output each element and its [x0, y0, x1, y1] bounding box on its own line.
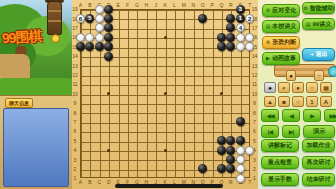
menu-button-1-right[interactable]: ⚙智能辅助: [302, 2, 335, 14]
nav-to-end[interactable]: ▶|: [282, 125, 300, 138]
stone-D19: [104, 5, 113, 14]
stone-C16: [95, 33, 104, 42]
coord-row-left: 10: [71, 91, 79, 97]
book-icon: ▤: [266, 24, 271, 29]
stone-S5: [236, 136, 245, 145]
chat-tab[interactable]: 聊天信息: [5, 98, 33, 108]
coord-row-left: 12: [71, 72, 79, 78]
tool-mark-square[interactable]: ■: [278, 96, 290, 107]
stone-A16: [76, 33, 85, 42]
coord-row-left: 19: [71, 6, 79, 12]
coord-col-top: N: [189, 2, 197, 8]
stone-D16: [104, 33, 113, 42]
tool-mark-circle[interactable]: ○: [292, 96, 304, 107]
tool-black-stone-2[interactable]: ●: [292, 82, 304, 93]
coord-row-left: 3: [71, 157, 79, 163]
coord-row-left: 1: [71, 175, 79, 181]
grass: [0, 78, 72, 95]
nav-forward[interactable]: ▶: [303, 109, 321, 122]
coord-col-top: L: [171, 2, 179, 8]
control-panel: ⚙应对变化▤本校讲义⚙形势判断▶动画故事⚙智能辅助▤99讲义➜退出●○●◐●○▦…: [258, 0, 336, 189]
stone-S4: [236, 146, 245, 155]
button-label: 讲解标记: [268, 141, 292, 150]
stone-T4: [245, 146, 254, 155]
logo-scene: 99围棋: [0, 0, 72, 95]
play-icon: ▶: [266, 56, 270, 61]
coord-row-left: 4: [71, 147, 79, 153]
tool-mark-triangle[interactable]: ▲: [264, 96, 276, 107]
coord-row-left: 8: [71, 110, 79, 116]
coord-col-top: K: [161, 2, 169, 8]
action-button-right-3[interactable]: 结束研讨: [302, 173, 335, 186]
coord-row-left: 6: [71, 128, 79, 134]
stone-S16: [236, 33, 245, 42]
stone-R4: [226, 146, 235, 155]
coord-col-bottom: R: [227, 179, 235, 185]
stone-Q4: [217, 146, 226, 155]
teal-knob[interactable]: [328, 66, 336, 77]
stone-D14: [104, 52, 113, 61]
button-label: 动画故事: [272, 54, 296, 63]
coord-col-top: E: [114, 2, 122, 8]
button-label: 智能辅助: [310, 4, 334, 13]
hoshi-point: [164, 36, 167, 39]
action-button-left-1[interactable]: 讲解标记: [261, 139, 299, 152]
menu-button-2-left[interactable]: ▤本校讲义: [262, 20, 300, 33]
tool-white-stone[interactable]: ○: [306, 82, 318, 93]
gear-icon: ⚙: [303, 6, 307, 11]
nav-back[interactable]: ◀: [282, 109, 300, 122]
coord-col-top: P: [208, 2, 216, 8]
stone-C18: [95, 14, 104, 23]
button-label: 本校讲义: [272, 22, 296, 31]
coord-col-top: B: [86, 2, 94, 8]
hoshi-point: [164, 149, 167, 152]
stone-A18: 6: [76, 14, 85, 23]
book-icon: ▤: [306, 22, 311, 27]
stone-S18: 1: [236, 14, 245, 23]
coord-col-top: R: [227, 2, 235, 8]
coord-col-top: J: [152, 2, 160, 8]
action-button-right-2[interactable]: 再次研讨: [302, 156, 335, 169]
stone-S3: [236, 155, 245, 164]
tool-mark-letter[interactable]: A: [320, 96, 332, 107]
button-label: 显示手数: [268, 175, 292, 184]
gear-icon: ⚙: [266, 40, 270, 45]
action-button-left-2[interactable]: 重点检查: [261, 156, 299, 169]
capture-shelf: [274, 64, 336, 77]
level-badge: [51, 34, 60, 43]
coord-row-left: 17: [71, 25, 79, 31]
stone-C15: [95, 42, 104, 51]
coord-row-left: 2: [71, 166, 79, 172]
nav-fast-back[interactable]: ◀◀: [261, 109, 279, 122]
tool-black-stone[interactable]: ●: [264, 82, 276, 93]
tool-mark-number[interactable]: 1: [306, 96, 318, 107]
white-captures-tag: ○: [314, 70, 324, 81]
coord-col-top: O: [199, 2, 207, 8]
tower: [47, 1, 62, 35]
coord-row-left: 14: [71, 53, 79, 59]
coord-col-top: Q: [218, 2, 226, 8]
coord-col-top: H: [142, 2, 150, 8]
nav-fast-forward[interactable]: ▶▶: [324, 109, 336, 122]
menu-button-3-left[interactable]: ⚙形势判断: [262, 36, 300, 49]
button-label: 退出: [316, 50, 328, 59]
stone-S15: [236, 42, 245, 51]
chat-message-area[interactable]: [3, 108, 69, 187]
button-label: 结束研讨: [307, 175, 331, 184]
menu-button-1-left[interactable]: ⚙应对变化: [262, 4, 300, 17]
tool-grid[interactable]: ▦: [320, 82, 332, 93]
button-label: 应对变化: [272, 6, 296, 15]
chat-panel: 聊天信息: [0, 95, 72, 189]
coord-row-left: 7: [71, 119, 79, 125]
hoshi-point: [107, 149, 110, 152]
coord-col-bottom: D: [105, 179, 113, 185]
button-label: 再次研讨: [307, 158, 331, 167]
action-button-right-1[interactable]: 加载作业: [302, 139, 335, 152]
stone-T15: [245, 42, 254, 51]
app-logo: 99围棋: [1, 28, 42, 49]
black-captures-tag: ●: [286, 70, 296, 81]
button-label: 演示: [313, 127, 325, 136]
hoshi-point: [164, 92, 167, 95]
menu-button-4-left[interactable]: ▶动画故事: [262, 52, 300, 65]
action-button-left-3[interactable]: 显示手数: [261, 173, 299, 186]
tool-alternate-stone[interactable]: ◐: [278, 82, 290, 93]
coord-col-bottom: B: [86, 179, 94, 185]
stone-T16: [245, 33, 254, 42]
move-progress-bar[interactable]: [115, 184, 223, 188]
coord-col-top: G: [133, 2, 141, 8]
coord-row-left: 13: [71, 63, 79, 69]
gear-icon: ⚙: [266, 8, 270, 13]
door-icon: ➜: [309, 52, 313, 57]
button-label: 重点检查: [268, 158, 292, 167]
exit-button[interactable]: ➜退出: [302, 48, 335, 61]
button-label: 加载作业: [307, 141, 331, 150]
go-board[interactable]: AABBCCDDEEFFGGHHJJKKLLMMNNOOPPQQRRSSTT19…: [72, 0, 258, 189]
coord-col-bottom: C: [95, 179, 103, 185]
coord-col-top: F: [124, 2, 132, 8]
button-label: 99讲义: [313, 20, 332, 29]
stone-T18: 2: [245, 14, 254, 23]
coord-row-left: 11: [71, 81, 79, 87]
stone-S19: 3: [236, 5, 245, 14]
button-label: 形势判断: [272, 38, 296, 47]
stone-S1: [236, 174, 245, 183]
menu-button-2-right[interactable]: ▤99讲义: [302, 18, 335, 30]
coord-row-left: 5: [71, 138, 79, 144]
nav-to-start[interactable]: |◀: [261, 125, 279, 138]
stone-Q16: [217, 33, 226, 42]
coord-col-top: M: [180, 2, 188, 8]
stone-C19: [95, 5, 104, 14]
app-window: 99围棋 聊天信息 AABBCCDDEEFFGGHHJJKKLLMMNNOOPP…: [0, 0, 336, 189]
demo-button[interactable]: 演示: [303, 125, 335, 138]
coord-row-left: 9: [71, 100, 79, 106]
